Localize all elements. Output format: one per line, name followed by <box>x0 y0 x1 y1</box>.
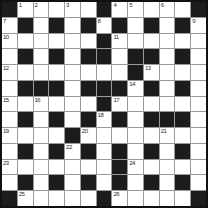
white-cell-r9c1[interactable]: 19 <box>2 128 17 143</box>
white-cell-r10c7[interactable] <box>97 144 112 159</box>
white-cell-r4c3[interactable] <box>34 49 49 64</box>
white-cell-r13c2[interactable]: 25 <box>18 191 33 206</box>
white-cell-r9c2[interactable] <box>18 128 33 143</box>
white-cell-r8c5[interactable] <box>65 112 80 127</box>
white-cell-r10c13[interactable] <box>191 144 206 159</box>
black-cell-r4c7 <box>97 49 112 64</box>
white-cell-r13c4[interactable] <box>49 191 64 206</box>
black-cell-r3c7 <box>97 34 112 49</box>
black-cell-r4c2 <box>18 49 33 64</box>
white-cell-r5c5[interactable] <box>65 65 80 80</box>
black-cell-r6c3 <box>34 81 49 96</box>
white-cell-r2c3[interactable] <box>34 18 49 33</box>
white-cell-r11c5[interactable] <box>65 160 80 175</box>
black-cell-r12c8 <box>112 175 127 190</box>
white-cell-r11c12[interactable] <box>175 160 190 175</box>
white-cell-r5c2[interactable] <box>18 65 33 80</box>
white-cell-r10c3[interactable] <box>34 144 49 159</box>
clue-number-9: 9 <box>192 18 195 25</box>
black-cell-r10c2 <box>18 144 33 159</box>
white-cell-r2c13[interactable]: 9 <box>191 18 206 33</box>
clue-number-12: 12 <box>3 65 9 72</box>
white-cell-r3c13[interactable] <box>191 34 206 49</box>
white-cell-r3c4[interactable] <box>49 34 64 49</box>
white-cell-r1c9[interactable]: 5 <box>128 2 143 17</box>
white-cell-r11c9[interactable]: 24 <box>128 160 143 175</box>
black-cell-r2c10 <box>144 18 159 33</box>
white-cell-r2c11[interactable] <box>160 18 175 33</box>
clue-number-3: 3 <box>66 2 69 9</box>
black-cell-r1c1 <box>2 2 17 17</box>
white-cell-r7c3[interactable]: 16 <box>34 97 49 112</box>
black-cell-r1c13 <box>191 2 206 17</box>
black-cell-r9c5 <box>65 128 80 143</box>
white-cell-r9c7[interactable] <box>97 128 112 143</box>
black-cell-r13c13 <box>191 191 206 206</box>
black-cell-r5c9 <box>128 65 143 80</box>
white-cell-r13c8[interactable]: 26 <box>112 191 127 206</box>
white-cell-r3c10[interactable] <box>144 34 159 49</box>
white-cell-r13c11[interactable] <box>160 191 175 206</box>
clue-number-11: 11 <box>113 34 118 41</box>
white-cell-r3c5[interactable] <box>65 34 80 49</box>
white-cell-r5c1[interactable]: 12 <box>2 65 17 80</box>
black-cell-r6c4 <box>49 81 64 96</box>
white-cell-r12c3[interactable] <box>34 175 49 190</box>
black-cell-r10c4 <box>49 144 64 159</box>
black-cell-r13c7 <box>97 191 112 206</box>
black-cell-r10c6 <box>81 144 96 159</box>
clue-number-6: 6 <box>161 2 164 9</box>
white-cell-r12c13[interactable] <box>191 175 206 190</box>
black-cell-r8c12 <box>175 112 190 127</box>
white-cell-r13c12[interactable] <box>175 191 190 206</box>
white-cell-r5c8[interactable] <box>112 65 127 80</box>
white-cell-r7c6[interactable] <box>81 97 96 112</box>
white-cell-r11c6[interactable] <box>81 160 96 175</box>
white-cell-r8c3[interactable] <box>34 112 49 127</box>
white-cell-r11c2[interactable] <box>18 160 33 175</box>
black-cell-r4c4 <box>49 49 64 64</box>
white-cell-r2c5[interactable] <box>65 18 80 33</box>
black-cell-r6c12 <box>175 81 190 96</box>
white-cell-r8c13[interactable] <box>191 112 206 127</box>
clue-number-18: 18 <box>98 112 104 119</box>
white-cell-r2c9[interactable] <box>128 18 143 33</box>
clue-number-13: 13 <box>145 65 151 72</box>
clue-number-10: 10 <box>3 34 9 41</box>
black-cell-r6c7 <box>97 81 112 96</box>
white-cell-r5c10[interactable]: 13 <box>144 65 159 80</box>
white-cell-r1c8[interactable]: 4 <box>112 2 127 17</box>
white-cell-r2c1[interactable]: 7 <box>2 18 17 33</box>
clue-number-8: 8 <box>98 18 101 25</box>
white-cell-r3c12[interactable] <box>175 34 190 49</box>
black-cell-r8c10 <box>144 112 159 127</box>
white-cell-r9c9[interactable] <box>128 128 143 143</box>
clue-number-5: 5 <box>129 2 132 9</box>
white-cell-r3c2[interactable] <box>18 34 33 49</box>
white-cell-r5c4[interactable] <box>49 65 64 80</box>
white-cell-r11c7[interactable] <box>97 160 112 175</box>
black-cell-r2c4 <box>49 18 64 33</box>
white-cell-r8c1[interactable] <box>2 112 17 127</box>
white-cell-r7c13[interactable] <box>191 97 206 112</box>
white-cell-r4c1[interactable] <box>2 49 17 64</box>
clue-number-22: 22 <box>66 144 72 151</box>
white-cell-r11c4[interactable] <box>49 160 64 175</box>
black-cell-r6c8 <box>112 81 127 96</box>
white-cell-r7c10[interactable] <box>144 97 159 112</box>
black-cell-r8c2 <box>18 112 33 127</box>
white-cell-r8c9[interactable] <box>128 112 143 127</box>
black-cell-r8c8 <box>112 112 127 127</box>
white-cell-r12c7[interactable] <box>97 175 112 190</box>
white-cell-r1c11[interactable]: 6 <box>160 2 175 17</box>
black-cell-r8c6 <box>81 112 96 127</box>
white-cell-r10c5[interactable]: 22 <box>65 144 80 159</box>
clue-number-26: 26 <box>113 191 119 198</box>
white-cell-r3c11[interactable] <box>160 34 175 49</box>
black-cell-r2c2 <box>18 18 33 33</box>
white-cell-r5c12[interactable] <box>175 65 190 80</box>
black-cell-r6c10 <box>144 81 159 96</box>
clue-number-21: 21 <box>161 128 167 135</box>
clue-number-24: 24 <box>129 160 135 167</box>
black-cell-r4c10 <box>144 49 159 64</box>
white-cell-r4c11[interactable] <box>160 49 175 64</box>
clue-number-14: 14 <box>129 81 135 88</box>
white-cell-r1c5[interactable]: 3 <box>65 2 80 17</box>
white-cell-r9c12[interactable] <box>175 128 190 143</box>
black-cell-r2c12 <box>175 18 190 33</box>
white-cell-r6c11[interactable] <box>160 81 175 96</box>
black-cell-r4c12 <box>175 49 190 64</box>
black-cell-r10c10 <box>144 144 159 159</box>
white-cell-r7c2[interactable] <box>18 97 33 112</box>
white-cell-r8c7[interactable]: 18 <box>97 112 112 127</box>
crossword-page: 1234567891011121314151617181920212223242… <box>0 0 208 208</box>
white-cell-r7c9[interactable] <box>128 97 143 112</box>
white-cell-r9c8[interactable] <box>112 128 127 143</box>
white-cell-r9c4[interactable] <box>49 128 64 143</box>
white-cell-r7c5[interactable] <box>65 97 80 112</box>
white-cell-r7c1[interactable]: 15 <box>2 97 17 112</box>
white-cell-r6c13[interactable] <box>191 81 206 96</box>
white-cell-r1c10[interactable] <box>144 2 159 17</box>
clue-number-17: 17 <box>113 97 119 104</box>
black-cell-r8c11 <box>160 112 175 127</box>
clue-number-16: 16 <box>35 97 41 104</box>
white-cell-r5c3[interactable] <box>34 65 49 80</box>
white-cell-r11c11[interactable] <box>160 160 175 175</box>
white-cell-r12c9[interactable] <box>128 175 143 190</box>
white-cell-r5c11[interactable] <box>160 65 175 80</box>
black-cell-r12c6 <box>81 175 96 190</box>
white-cell-r13c10[interactable] <box>144 191 159 206</box>
white-cell-r1c2[interactable]: 1 <box>18 2 33 17</box>
white-cell-r10c9[interactable] <box>128 144 143 159</box>
white-cell-r10c11[interactable] <box>160 144 175 159</box>
white-cell-r3c6[interactable] <box>81 34 96 49</box>
crossword-grid: 1234567891011121314151617181920212223242… <box>0 0 208 208</box>
black-cell-r4c9 <box>128 49 143 64</box>
clue-number-15: 15 <box>3 97 9 104</box>
white-cell-r5c6[interactable] <box>81 65 96 80</box>
white-cell-r3c8[interactable]: 11 <box>112 34 127 49</box>
white-cell-r4c13[interactable] <box>191 49 206 64</box>
white-cell-r9c13[interactable] <box>191 128 206 143</box>
white-cell-r10c1[interactable] <box>2 144 17 159</box>
white-cell-r11c3[interactable] <box>34 160 49 175</box>
white-cell-r7c4[interactable] <box>49 97 64 112</box>
white-cell-r2c7[interactable]: 8 <box>97 18 112 33</box>
white-cell-r12c1[interactable] <box>2 175 17 190</box>
white-cell-r1c3[interactable]: 2 <box>34 2 49 17</box>
white-cell-r7c12[interactable] <box>175 97 190 112</box>
black-cell-r12c10 <box>144 175 159 190</box>
clue-number-19: 19 <box>3 128 9 135</box>
black-cell-r12c4 <box>49 175 64 190</box>
white-cell-r5c7[interactable] <box>97 65 112 80</box>
black-cell-r12c12 <box>175 175 190 190</box>
clue-number-4: 4 <box>113 2 116 9</box>
white-cell-r7c8[interactable]: 17 <box>112 97 127 112</box>
white-cell-r6c5[interactable] <box>65 81 80 96</box>
white-cell-r9c10[interactable] <box>144 128 159 143</box>
white-cell-r7c11[interactable] <box>160 97 175 112</box>
white-cell-r11c13[interactable] <box>191 160 206 175</box>
black-cell-r6c2 <box>18 81 33 96</box>
white-cell-r3c1[interactable]: 10 <box>2 34 17 49</box>
clue-number-7: 7 <box>3 18 6 25</box>
black-cell-r1c7 <box>97 2 112 17</box>
white-cell-r13c9[interactable] <box>128 191 143 206</box>
white-cell-r12c11[interactable] <box>160 175 175 190</box>
white-cell-r9c6[interactable]: 20 <box>81 128 96 143</box>
clue-number-20: 20 <box>82 128 88 135</box>
black-cell-r10c8 <box>112 144 127 159</box>
white-cell-r6c1[interactable] <box>2 81 17 96</box>
clue-number-23: 23 <box>3 160 9 167</box>
white-cell-r12c5[interactable] <box>65 175 80 190</box>
black-cell-r12c2 <box>18 175 33 190</box>
black-cell-r2c6 <box>81 18 96 33</box>
white-cell-r3c9[interactable] <box>128 34 143 49</box>
black-cell-r8c4 <box>49 112 64 127</box>
white-cell-r9c11[interactable]: 21 <box>160 128 175 143</box>
clue-number-25: 25 <box>19 191 25 198</box>
white-cell-r5c13[interactable] <box>191 65 206 80</box>
black-cell-r6c6 <box>81 81 96 96</box>
white-cell-r1c4[interactable] <box>49 2 64 17</box>
white-cell-r3c3[interactable] <box>34 34 49 49</box>
black-cell-r2c8 <box>112 18 127 33</box>
white-cell-r13c5[interactable] <box>65 191 80 206</box>
white-cell-r9c3[interactable] <box>34 128 49 143</box>
white-cell-r1c6[interactable] <box>81 2 96 17</box>
white-cell-r11c10[interactable] <box>144 160 159 175</box>
white-cell-r1c12[interactable] <box>175 2 190 17</box>
white-cell-r11c1[interactable]: 23 <box>2 160 17 175</box>
white-cell-r13c3[interactable] <box>34 191 49 206</box>
black-cell-r4c6 <box>81 49 96 64</box>
white-cell-r4c8[interactable] <box>112 49 127 64</box>
white-cell-r4c5[interactable] <box>65 49 80 64</box>
clue-number-1: 1 <box>19 2 22 9</box>
black-cell-r10c12 <box>175 144 190 159</box>
black-cell-r11c8 <box>112 160 127 175</box>
black-cell-r7c7 <box>97 97 112 112</box>
white-cell-r13c6[interactable] <box>81 191 96 206</box>
white-cell-r6c9[interactable]: 14 <box>128 81 143 96</box>
clue-number-2: 2 <box>35 2 38 9</box>
black-cell-r13c1 <box>2 191 17 206</box>
